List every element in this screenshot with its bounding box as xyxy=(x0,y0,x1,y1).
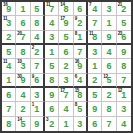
solution-digit: 4 xyxy=(20,91,25,100)
cell-r7c4[interactable]: 9 xyxy=(45,88,59,102)
cell-r7c2[interactable]: 4 xyxy=(16,88,30,102)
solution-digit: 5 xyxy=(63,33,68,42)
cell-r3c1[interactable]: 2 xyxy=(2,31,16,45)
cell-r6c3[interactable]: 96 xyxy=(31,74,45,88)
cell-r9c4[interactable]: 32 xyxy=(45,117,59,131)
cell-r2c3[interactable]: 8 xyxy=(31,16,45,30)
solution-digit: 7 xyxy=(77,48,82,57)
cell-r1c9[interactable]: 212 xyxy=(117,2,131,16)
cell-r1c3[interactable]: 5 xyxy=(31,2,45,16)
cell-r8c8[interactable]: 8 xyxy=(102,102,116,116)
cell-r6c1[interactable]: 1 xyxy=(2,74,16,88)
solution-digit: 6 xyxy=(34,76,39,85)
solution-digit: 9 xyxy=(121,48,126,57)
solution-digit: 1 xyxy=(63,120,68,129)
cell-r7c8[interactable]: 2 xyxy=(102,88,116,102)
solution-digit: 7 xyxy=(121,76,126,85)
solution-digit: 1 xyxy=(92,62,97,71)
cell-r9c6[interactable]: 3 xyxy=(74,117,88,131)
solution-digit: 8 xyxy=(6,120,11,129)
solution-digit: 9 xyxy=(77,62,82,71)
cell-r4c8[interactable]: 4 xyxy=(102,45,116,59)
cell-r8c2[interactable]: 2 xyxy=(16,102,30,116)
solution-digit: 6 xyxy=(121,33,126,42)
cell-r9c9[interactable]: 4 xyxy=(117,117,131,131)
cell-r2c5[interactable]: 179 xyxy=(59,16,73,30)
cell-r8c3[interactable]: 11 xyxy=(31,102,45,116)
cell-r8c7[interactable]: 9 xyxy=(88,102,102,116)
solution-digit: 2 xyxy=(63,62,68,71)
cell-r8c5[interactable]: 4 xyxy=(59,102,73,116)
solution-digit: 6 xyxy=(106,62,111,71)
cell-r6c4[interactable]: 8 xyxy=(45,74,59,88)
solution-digit: 1 xyxy=(121,91,126,100)
solution-digit: 1 xyxy=(77,33,82,42)
cell-r3c8[interactable]: 9 xyxy=(102,31,116,45)
cell-r6c5[interactable]: 3 xyxy=(59,74,73,88)
solution-digit: 3 xyxy=(106,5,111,14)
cell-r9c5[interactable]: 1 xyxy=(59,117,73,131)
solution-digit: 9 xyxy=(6,5,11,14)
solution-digit: 4 xyxy=(92,5,97,14)
solution-digit: 2 xyxy=(77,19,82,28)
cell-r4c1[interactable]: 5 xyxy=(2,45,16,59)
solution-digit: 8 xyxy=(49,76,54,85)
solution-digit: 6 xyxy=(92,120,97,129)
cell-r4c2[interactable]: 8 xyxy=(16,45,30,59)
solution-digit: 5 xyxy=(20,120,25,129)
solution-digit: 4 xyxy=(77,76,82,85)
cell-r3c6[interactable]: 81 xyxy=(74,31,88,45)
cell-r5c2[interactable]: 103 xyxy=(16,59,30,73)
cell-r7c6[interactable]: 158 xyxy=(74,88,88,102)
solution-digit: 5 xyxy=(6,48,11,57)
solution-digit: 7 xyxy=(92,19,97,28)
cell-r9c3[interactable]: 9 xyxy=(31,117,45,131)
solution-digit: 2 xyxy=(6,33,11,42)
solution-digit: 6 xyxy=(20,19,25,28)
solution-digit: 4 xyxy=(6,62,11,71)
solution-digit: 7 xyxy=(49,5,54,14)
cell-r3c9[interactable]: 236 xyxy=(117,31,131,45)
cell-r9c8[interactable]: 7 xyxy=(102,117,116,131)
solution-digit: 6 xyxy=(63,48,68,57)
cell-r4c7[interactable]: 3 xyxy=(88,45,102,59)
solution-digit: 7 xyxy=(6,105,11,114)
cell-r1c5[interactable]: 148 xyxy=(59,2,73,16)
cell-r7c9[interactable]: 121 xyxy=(117,88,131,102)
solution-digit: 7 xyxy=(20,33,25,42)
solution-digit: 2 xyxy=(92,76,97,85)
cell-r4c5[interactable]: 6 xyxy=(59,45,73,59)
cell-r8c9[interactable]: 3 xyxy=(117,102,131,116)
cell-r5c8[interactable]: 6 xyxy=(102,59,116,73)
cell-r6c8[interactable]: 125 xyxy=(102,74,116,88)
solution-digit: 3 xyxy=(34,91,39,100)
cell-r9c7[interactable]: 6 xyxy=(88,117,102,131)
cell-r3c3[interactable]: 4 xyxy=(31,31,45,45)
cell-r8c4[interactable]: 6 xyxy=(45,102,59,116)
solution-digit: 3 xyxy=(6,19,11,28)
cell-r6c7[interactable]: 2 xyxy=(88,74,102,88)
solution-digit: 5 xyxy=(77,105,82,114)
solution-digit: 3 xyxy=(20,62,25,71)
cell-r1c1[interactable]: 169 xyxy=(2,2,16,16)
cell-r1c4[interactable]: 117 xyxy=(45,2,59,16)
cage-sum: 7 xyxy=(89,2,91,7)
cell-r7c1[interactable]: 6 xyxy=(2,88,16,102)
solution-digit: 1 xyxy=(20,5,25,14)
cell-r5c9[interactable]: 8 xyxy=(117,59,131,73)
cell-r1c2[interactable]: 1 xyxy=(16,2,30,16)
cell-r1c6[interactable]: 6 xyxy=(74,2,88,16)
cage-sum: 3 xyxy=(46,117,48,122)
solution-digit: 8 xyxy=(34,19,39,28)
solution-digit: 4 xyxy=(49,19,54,28)
solution-digit: 3 xyxy=(121,105,126,114)
cell-r9c2[interactable]: 145 xyxy=(16,117,30,131)
cell-r4c6[interactable]: 7 xyxy=(74,45,88,59)
solution-digit: 5 xyxy=(121,19,126,28)
solution-digit: 2 xyxy=(106,91,111,100)
solution-digit: 5 xyxy=(92,91,97,100)
solution-digit: 2 xyxy=(34,48,39,57)
cell-r7c7[interactable]: 5 xyxy=(88,88,102,102)
solution-digit: 7 xyxy=(34,62,39,71)
cell-r2c4[interactable]: 4 xyxy=(45,16,59,30)
solution-digit: 5 xyxy=(106,76,111,85)
cell-r1c8[interactable]: 3 xyxy=(102,2,116,16)
solution-digit: 2 xyxy=(20,105,25,114)
solution-digit: 8 xyxy=(121,62,126,71)
cell-r6c6[interactable]: 64 xyxy=(74,74,88,88)
cell-r2c8[interactable]: 1 xyxy=(102,16,116,30)
solution-digit: 4 xyxy=(34,33,39,42)
cell-r7c5[interactable]: 177 xyxy=(59,88,73,102)
solution-digit: 6 xyxy=(77,5,82,14)
cell-r3c4[interactable]: 3 xyxy=(45,31,59,45)
cell-r6c2[interactable]: 309 xyxy=(16,74,30,88)
cell-r5c1[interactable]: 114 xyxy=(2,59,16,73)
solution-digit: 7 xyxy=(106,120,111,129)
solution-digit: 3 xyxy=(63,76,68,85)
solution-digit: 9 xyxy=(63,19,68,28)
solution-digit: 5 xyxy=(34,5,39,14)
cell-r9c1[interactable]: 8 xyxy=(2,117,16,131)
cell-r4c3[interactable]: 22 xyxy=(31,45,45,59)
solution-digit: 3 xyxy=(49,33,54,42)
solution-digit: 2 xyxy=(49,120,54,129)
cell-r2c1[interactable]: 113 xyxy=(2,16,16,30)
cell-r5c6[interactable]: 169 xyxy=(74,59,88,73)
cell-r5c4[interactable]: 5 xyxy=(45,59,59,73)
solution-digit: 9 xyxy=(34,120,39,129)
solution-digit: 1 xyxy=(6,76,11,85)
killer-sudoku-board: 1691511714867432121136841799271522074358… xyxy=(0,0,133,133)
solution-digit: 8 xyxy=(106,105,111,114)
cell-r2c7[interactable]: 7 xyxy=(88,16,102,30)
solution-digit: 4 xyxy=(63,105,68,114)
cell-r4c4[interactable]: 1 xyxy=(45,45,59,59)
solution-digit: 9 xyxy=(106,33,111,42)
solution-digit: 1 xyxy=(49,48,54,57)
solution-digit: 1 xyxy=(106,19,111,28)
solution-digit: 2 xyxy=(121,5,126,14)
cell-r2c9[interactable]: 5 xyxy=(117,16,131,30)
cell-r5c7[interactable]: 1 xyxy=(88,59,102,73)
solution-digit: 9 xyxy=(92,105,97,114)
solution-digit: 9 xyxy=(20,76,25,85)
cell-r7c3[interactable]: 3 xyxy=(31,88,45,102)
cell-r1c7[interactable]: 74 xyxy=(88,2,102,16)
solution-digit: 8 xyxy=(92,33,97,42)
cell-r5c5[interactable]: 2 xyxy=(59,59,73,73)
cell-r6c9[interactable]: 7 xyxy=(117,74,131,88)
solution-digit: 8 xyxy=(63,5,68,14)
solution-digit: 3 xyxy=(92,48,97,57)
solution-digit: 5 xyxy=(49,62,54,71)
solution-digit: 1 xyxy=(34,105,39,114)
solution-digit: 9 xyxy=(49,91,54,100)
cell-r2c2[interactable]: 6 xyxy=(16,16,30,30)
cell-r3c5[interactable]: 5 xyxy=(59,31,73,45)
cell-r3c7[interactable]: 118 xyxy=(88,31,102,45)
solution-digit: 6 xyxy=(49,105,54,114)
cell-r4c9[interactable]: 9 xyxy=(117,45,131,59)
solution-digit: 6 xyxy=(6,91,11,100)
solution-digit: 8 xyxy=(77,91,82,100)
cell-r3c2[interactable]: 207 xyxy=(16,31,30,45)
cell-r2c6[interactable]: 92 xyxy=(74,16,88,30)
cell-r8c1[interactable]: 7 xyxy=(2,102,16,116)
solution-digit: 8 xyxy=(20,48,25,57)
cell-r5c3[interactable]: 7 xyxy=(31,59,45,73)
solution-digit: 4 xyxy=(121,120,126,129)
solution-digit: 3 xyxy=(77,120,82,129)
cell-r8c6[interactable]: 85 xyxy=(74,102,88,116)
solution-digit: 4 xyxy=(106,48,111,57)
solution-digit: 7 xyxy=(63,91,68,100)
